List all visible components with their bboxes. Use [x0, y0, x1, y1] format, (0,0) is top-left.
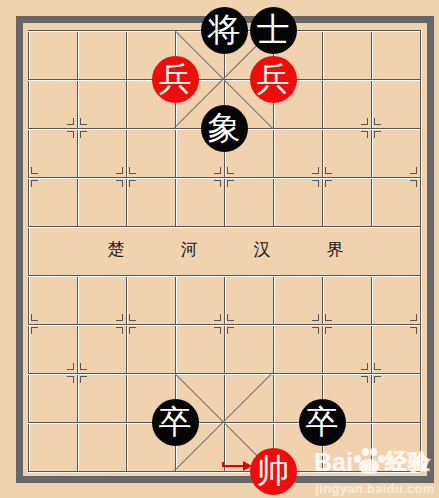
- point-marker: [361, 118, 368, 125]
- point-marker: [116, 167, 123, 174]
- piece-black-soldier-2[interactable]: 卒: [299, 399, 346, 446]
- point-marker: [361, 363, 368, 370]
- point-marker: [325, 167, 332, 174]
- river-label-han: 汉: [251, 240, 273, 260]
- point-marker: [410, 327, 417, 334]
- point-marker: [227, 180, 234, 187]
- point-marker: [80, 118, 87, 125]
- point-marker: [361, 131, 368, 138]
- point-marker: [410, 314, 417, 321]
- point-marker: [129, 180, 136, 187]
- point-marker: [374, 363, 381, 370]
- point-marker: [374, 131, 381, 138]
- grid-line: [28, 177, 420, 178]
- point-marker: [325, 327, 332, 334]
- point-marker: [67, 376, 74, 383]
- piece-red-soldier-1[interactable]: 兵: [152, 56, 199, 103]
- move-arrow-line: [223, 465, 244, 467]
- point-marker: [31, 167, 38, 174]
- piece-black-elephant[interactable]: 象: [201, 105, 248, 152]
- point-marker: [374, 118, 381, 125]
- point-marker: [129, 314, 136, 321]
- baidu-paw-icon: [354, 448, 384, 476]
- river-label-chu: 楚: [105, 240, 127, 260]
- grid-line: [28, 275, 420, 276]
- point-marker: [361, 376, 368, 383]
- grid-line: [28, 324, 420, 325]
- point-marker: [312, 167, 319, 174]
- point-marker: [312, 180, 319, 187]
- point-marker: [312, 314, 319, 321]
- point-marker: [31, 314, 38, 321]
- point-marker: [129, 327, 136, 334]
- grid-line: [28, 373, 420, 374]
- point-marker: [214, 327, 221, 334]
- watermark-logo: Bai 经验: [314, 446, 436, 478]
- point-marker: [227, 167, 234, 174]
- point-marker: [214, 180, 221, 187]
- point-marker: [116, 180, 123, 187]
- point-marker: [80, 363, 87, 370]
- point-marker: [227, 314, 234, 321]
- xiangqi-board-screenshot: 楚 河 汉 界 Bai 经验 jingyan.baidu.com 将士兵兵象卒卒…: [0, 0, 439, 498]
- point-marker: [214, 167, 221, 174]
- point-marker: [116, 327, 123, 334]
- point-marker: [312, 327, 319, 334]
- point-marker: [67, 118, 74, 125]
- river-label-he: 河: [178, 240, 200, 260]
- grid-line: [28, 30, 29, 471]
- grid-line: [28, 226, 420, 227]
- piece-red-soldier-2[interactable]: 兵: [250, 56, 297, 103]
- point-marker: [214, 314, 221, 321]
- point-marker: [325, 180, 332, 187]
- piece-red-general[interactable]: 帅: [250, 448, 297, 495]
- piece-black-advisor[interactable]: 士: [250, 7, 297, 54]
- piece-black-soldier-1[interactable]: 卒: [152, 399, 199, 446]
- watermark-url: jingyan.baidu.com: [314, 481, 436, 496]
- point-marker: [374, 376, 381, 383]
- point-marker: [31, 327, 38, 334]
- point-marker: [410, 167, 417, 174]
- point-marker: [410, 180, 417, 187]
- point-marker: [67, 131, 74, 138]
- point-marker: [227, 327, 234, 334]
- point-marker: [80, 131, 87, 138]
- point-marker: [116, 314, 123, 321]
- piece-black-general[interactable]: 将: [201, 7, 248, 54]
- river-label-jie: 界: [324, 240, 346, 260]
- point-marker: [67, 363, 74, 370]
- point-marker: [325, 314, 332, 321]
- watermark: Bai 经验 jingyan.baidu.com: [314, 446, 436, 496]
- point-marker: [80, 376, 87, 383]
- point-marker: [129, 167, 136, 174]
- move-arrow-head-icon: [243, 461, 252, 471]
- watermark-brand-cjk: 经验: [385, 447, 431, 477]
- watermark-brand-latin: Bai: [314, 448, 353, 477]
- grid-line: [420, 30, 421, 471]
- point-marker: [31, 180, 38, 187]
